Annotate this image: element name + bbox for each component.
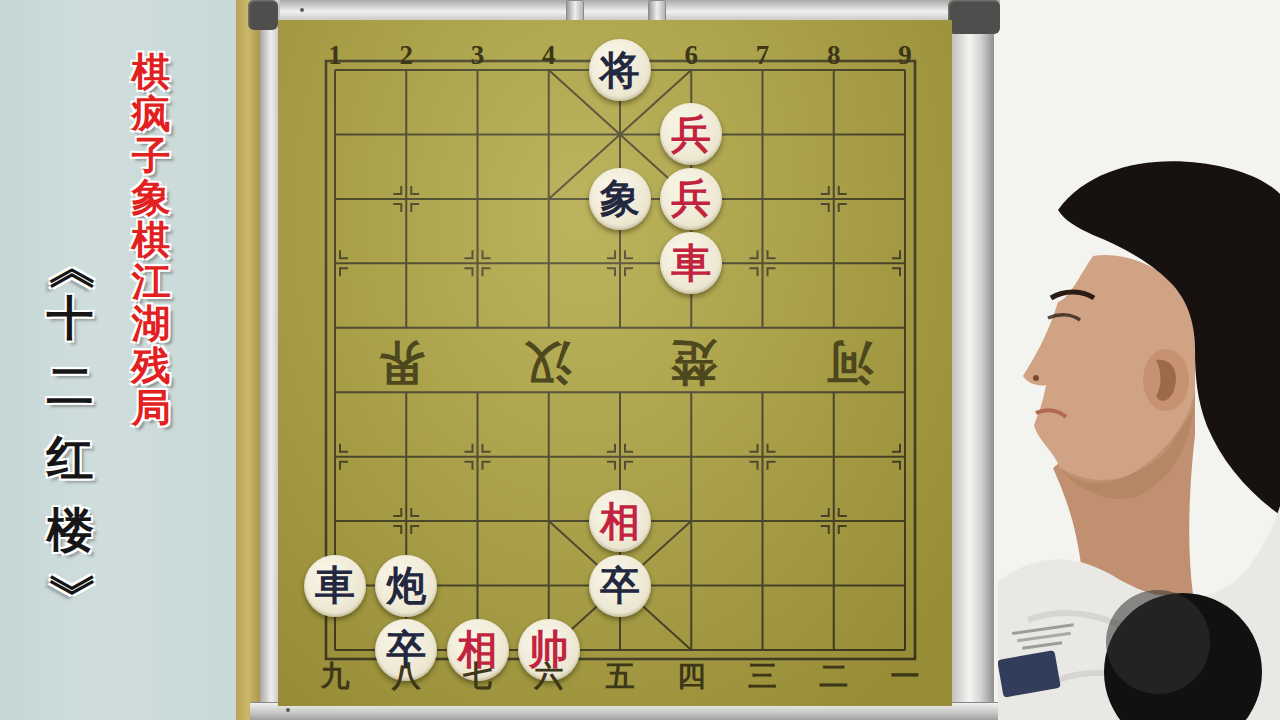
piece-red-elephant-1: 相 <box>589 490 651 552</box>
bottom-file-label: 九 <box>313 657 357 697</box>
river-char: 界 <box>372 331 432 394</box>
piece-black-pawn-1: 卒 <box>589 555 651 617</box>
bottom-file-label: 七 <box>456 657 500 697</box>
black-title-char: 二 <box>47 355 94 418</box>
top-file-label-9: 9 <box>885 40 925 71</box>
black-title-char: 》 <box>39 574 102 621</box>
black-title-char: 十 <box>47 287 94 350</box>
top-file-label-8: 8 <box>814 40 854 71</box>
whiteboard-frame-left <box>260 0 280 720</box>
bottom-file-label: 八 <box>384 657 428 697</box>
frame-corner-top-right <box>948 0 1000 34</box>
xiangqi-board: 123456789 界汉楚河 将兵象兵車相車炮卒卒相帅 九八七六五四三二一 <box>278 20 952 706</box>
bottom-file-label: 四 <box>669 657 713 697</box>
microphone-highlight <box>1106 590 1210 694</box>
top-file-label-3: 3 <box>458 40 498 71</box>
black-title-char: 《 <box>39 243 102 290</box>
whiteboard-frame-right <box>950 0 994 712</box>
bottom-file-label: 二 <box>812 657 856 697</box>
piece-black-elephant: 象 <box>589 168 651 230</box>
top-file-label-1: 1 <box>315 40 355 71</box>
piece-black-general: 将 <box>589 39 651 101</box>
top-file-label-2: 2 <box>386 40 426 71</box>
river-char: 楚 <box>664 331 724 394</box>
black-title-char: 红 <box>47 427 94 490</box>
piece-red-pawn-2: 兵 <box>660 168 722 230</box>
piece-black-chariot: 車 <box>304 555 366 617</box>
red-title-char: 局 <box>132 381 171 435</box>
top-file-label-7: 7 <box>743 40 783 71</box>
left-wall <box>0 0 236 720</box>
wall-edge-strip <box>236 0 260 720</box>
video-frame: { "game": "xiangqi", "position": { "fen"… <box>0 0 1280 720</box>
top-file-label-4: 4 <box>529 40 569 71</box>
river-char: 汉 <box>518 331 578 394</box>
bottom-file-label: 三 <box>741 657 785 697</box>
black-title-char: 楼 <box>47 499 94 562</box>
presenter <box>998 150 1280 720</box>
river-char: 河 <box>820 331 880 394</box>
bottom-file-label: 一 <box>883 657 927 697</box>
top-file-label-6: 6 <box>671 40 711 71</box>
frame-corner-top-left <box>248 0 278 30</box>
presenter-nostril <box>1033 375 1039 381</box>
tray-screw <box>286 708 290 712</box>
whiteboard-frame-top <box>250 0 1000 22</box>
frame-screw <box>300 8 304 12</box>
piece-black-cannon: 炮 <box>375 555 437 617</box>
bottom-file-label: 六 <box>527 657 571 697</box>
bottom-file-label: 五 <box>598 657 642 697</box>
